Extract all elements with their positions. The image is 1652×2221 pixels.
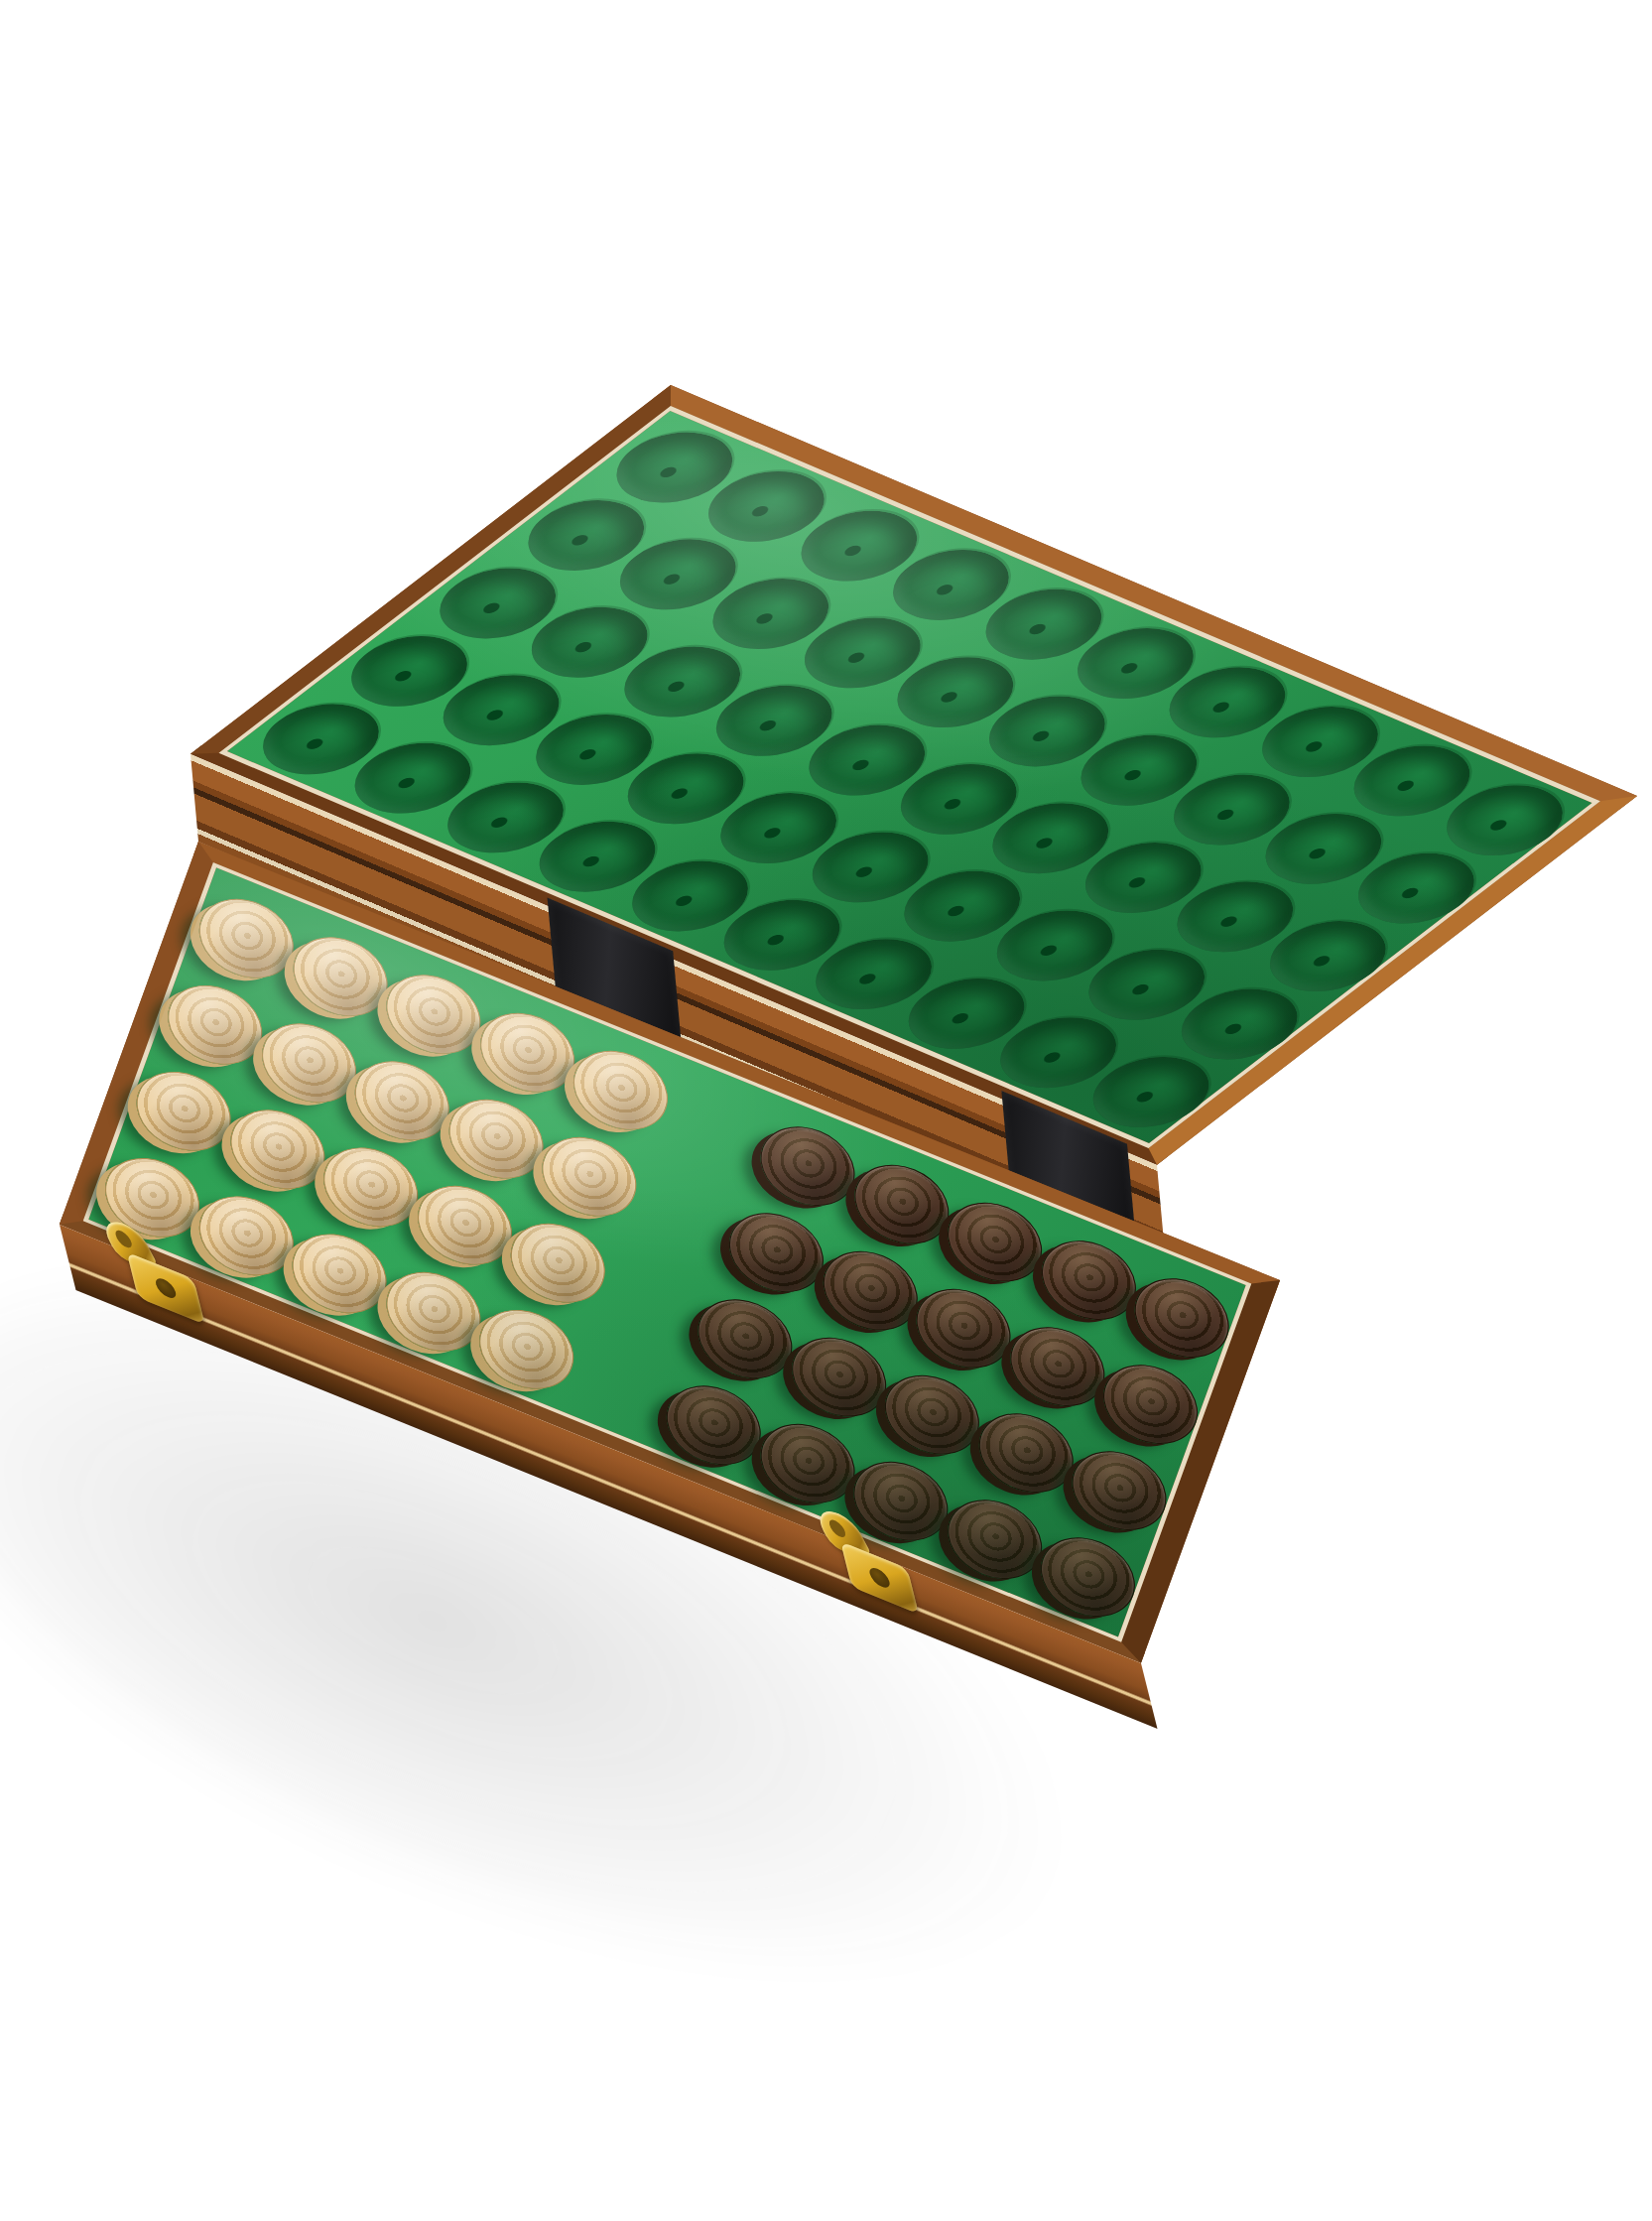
light-checker-piece: [219, 1096, 335, 1203]
light-checker-piece: [250, 1009, 366, 1116]
light-checker-piece: [126, 1058, 242, 1165]
light-checker-piece: [375, 961, 491, 1068]
light-checker-piece: [500, 1210, 616, 1317]
dark-checker-piece: [656, 1372, 772, 1479]
dark-checker-piece: [1030, 1523, 1146, 1631]
dark-checker-piece: [749, 1112, 865, 1220]
dark-checker-piece: [812, 1238, 928, 1345]
dark-checker-piece: [1124, 1264, 1240, 1372]
scene: [0, 0, 1652, 2221]
dark-checker-piece: [1061, 1437, 1177, 1544]
dark-checker-piece: [967, 1399, 1083, 1506]
dark-checker-piece: [937, 1486, 1053, 1593]
light-checker-piece: [282, 923, 398, 1030]
light-checker-piece: [469, 999, 585, 1107]
light-checker-piece: [375, 1258, 491, 1366]
dark-checker-piece: [687, 1285, 803, 1392]
dark-checker-piece: [781, 1324, 897, 1431]
clasp-plate-icon: [127, 1251, 205, 1324]
dark-checker-piece: [999, 1313, 1115, 1420]
dark-checker-piece: [749, 1410, 865, 1517]
dark-checker-piece: [874, 1362, 990, 1469]
light-checker-piece: [189, 885, 305, 992]
light-checker-piece: [157, 972, 273, 1079]
dark-checker-piece: [843, 1151, 959, 1258]
light-checker-piece: [531, 1123, 647, 1231]
clasp-plate-icon: [840, 1541, 919, 1614]
light-checker-piece: [282, 1220, 398, 1327]
light-checker-piece: [438, 1086, 554, 1193]
dark-checker-piece: [718, 1199, 834, 1306]
light-checker-piece: [188, 1182, 304, 1289]
light-checker-piece: [313, 1133, 429, 1241]
light-checker-piece: [468, 1296, 584, 1403]
dark-checker-piece: [905, 1275, 1021, 1382]
light-checker-piece: [344, 1047, 460, 1154]
light-checker-piece: [406, 1172, 522, 1279]
light-checker-piece: [563, 1037, 679, 1144]
dark-checker-piece: [1092, 1351, 1208, 1458]
dark-checker-piece: [937, 1189, 1053, 1296]
dark-checker-piece: [1030, 1227, 1146, 1334]
